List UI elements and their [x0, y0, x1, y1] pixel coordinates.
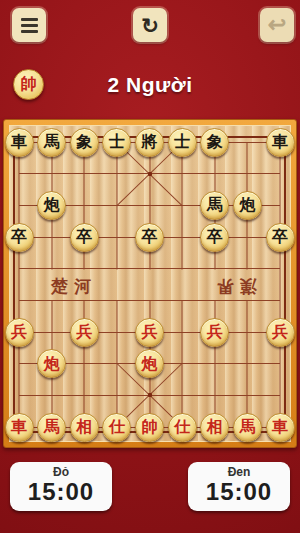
piece-red-chariot[interactable]: 車: [5, 413, 34, 442]
piece-black-general[interactable]: 將: [135, 128, 164, 157]
piece-red-chariot[interactable]: 車: [266, 413, 295, 442]
piece-glyph: 卒: [207, 229, 223, 245]
refresh-icon: ↻: [141, 15, 159, 36]
piece-black-chariot[interactable]: 車: [266, 128, 295, 157]
piece-glyph: 炮: [239, 197, 255, 213]
piece-red-soldier[interactable]: 兵: [266, 318, 295, 347]
piece-black-horse[interactable]: 馬: [37, 128, 66, 157]
piece-black-soldier[interactable]: 卒: [266, 223, 295, 252]
palace-center-dot: [148, 393, 152, 397]
undo-icon: ↩: [268, 14, 286, 36]
piece-glyph: 兵: [142, 324, 158, 340]
piece-glyph: 卒: [76, 229, 92, 245]
piece-glyph: 兵: [272, 324, 288, 340]
piece-glyph: 象: [76, 134, 92, 150]
xiangqi-board[interactable]: 楚河 漢界 車馬象士將士象車炮馬炮卒卒卒卒卒兵兵兵兵兵炮炮車馬相仕帥仕相馬車: [9, 125, 291, 442]
piece-glyph: 車: [272, 419, 288, 435]
piece-red-soldier[interactable]: 兵: [70, 318, 99, 347]
piece-glyph: 仕: [174, 419, 190, 435]
piece-glyph: 帥: [142, 419, 158, 435]
grid-line: [280, 142, 281, 427]
piece-red-elephant[interactable]: 相: [70, 413, 99, 442]
piece-black-cannon[interactable]: 炮: [233, 191, 262, 220]
river-label-left: 楚河: [31, 275, 117, 298]
piece-black-chariot[interactable]: 車: [5, 128, 34, 157]
clock-black: Đen 15:00: [188, 462, 290, 511]
piece-glyph: 炮: [44, 356, 60, 372]
piece-glyph: 馬: [207, 197, 223, 213]
piece-black-soldier[interactable]: 卒: [135, 223, 164, 252]
piece-glyph: 仕: [109, 419, 125, 435]
undo-button[interactable]: ↩: [260, 8, 294, 42]
piece-glyph: 相: [207, 419, 223, 435]
piece-red-horse[interactable]: 馬: [233, 413, 262, 442]
menu-button[interactable]: [12, 8, 46, 42]
piece-glyph: 馬: [44, 134, 60, 150]
piece-black-cannon[interactable]: 炮: [37, 191, 66, 220]
piece-glyph: 兵: [11, 324, 27, 340]
clock-black-time: 15:00: [188, 479, 290, 505]
piece-glyph: 馬: [44, 419, 60, 435]
piece-glyph: 卒: [11, 229, 27, 245]
piece-black-advisor[interactable]: 士: [102, 128, 131, 157]
piece-black-horse[interactable]: 馬: [200, 191, 229, 220]
piece-glyph: 車: [11, 134, 27, 150]
piece-red-advisor[interactable]: 仕: [168, 413, 197, 442]
river-label-right: 漢界: [191, 275, 277, 298]
piece-red-cannon[interactable]: 炮: [135, 349, 164, 378]
piece-glyph: 兵: [207, 324, 223, 340]
piece-glyph: 卒: [272, 229, 288, 245]
board-frame: 楚河 漢界 車馬象士將士象車炮馬炮卒卒卒卒卒兵兵兵兵兵炮炮車馬相仕帥仕相馬車: [3, 119, 297, 448]
piece-red-soldier[interactable]: 兵: [200, 318, 229, 347]
piece-glyph: 兵: [76, 324, 92, 340]
clock-red: Đỏ 15:00: [10, 462, 112, 511]
piece-black-elephant[interactable]: 象: [200, 128, 229, 157]
piece-red-general[interactable]: 帥: [135, 413, 164, 442]
piece-glyph: 將: [142, 134, 158, 150]
piece-glyph: 士: [174, 134, 190, 150]
page-title: 2 Người: [0, 71, 300, 99]
piece-glyph: 車: [272, 134, 288, 150]
palace-center-dot: [148, 172, 152, 176]
piece-glyph: 車: [11, 419, 27, 435]
piece-red-soldier[interactable]: 兵: [5, 318, 34, 347]
grid-line: [19, 142, 20, 427]
piece-black-advisor[interactable]: 士: [168, 128, 197, 157]
piece-black-soldier[interactable]: 卒: [70, 223, 99, 252]
restart-button[interactable]: ↻: [133, 8, 167, 42]
piece-black-soldier[interactable]: 卒: [200, 223, 229, 252]
piece-glyph: 卒: [142, 229, 158, 245]
clock-red-time: 15:00: [10, 479, 112, 505]
piece-red-soldier[interactable]: 兵: [135, 318, 164, 347]
piece-red-advisor[interactable]: 仕: [102, 413, 131, 442]
piece-glyph: 相: [76, 419, 92, 435]
app-screen: ↻ ↩ 帥 2 Người 楚河 漢界 車馬象士將士象車炮馬炮卒卒卒卒卒兵兵兵兵…: [0, 0, 300, 533]
piece-red-elephant[interactable]: 相: [200, 413, 229, 442]
piece-red-horse[interactable]: 馬: [37, 413, 66, 442]
piece-glyph: 炮: [44, 197, 60, 213]
piece-black-soldier[interactable]: 卒: [5, 223, 34, 252]
piece-glyph: 象: [207, 134, 223, 150]
piece-black-elephant[interactable]: 象: [70, 128, 99, 157]
piece-glyph: 馬: [239, 419, 255, 435]
hamburger-icon: [21, 18, 38, 33]
piece-glyph: 士: [109, 134, 125, 150]
piece-glyph: 炮: [142, 356, 158, 372]
